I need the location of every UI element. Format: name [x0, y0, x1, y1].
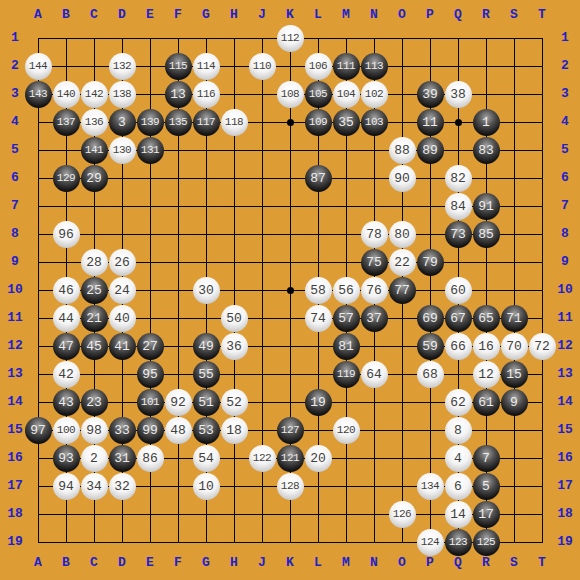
move-number: 135: [169, 117, 187, 128]
coord-top-m: M: [332, 7, 360, 23]
move-number: 96: [58, 228, 74, 241]
move-number: 25: [86, 284, 102, 297]
stone-white-q15: 8: [445, 417, 472, 444]
coord-bottom-b: B: [52, 555, 80, 571]
coord-bottom-j: J: [248, 555, 276, 571]
move-number: 15: [506, 368, 522, 381]
move-number: 42: [58, 368, 74, 381]
move-number: 104: [337, 89, 355, 100]
stone-black-c12: 45: [81, 333, 108, 360]
move-number: 41: [114, 340, 130, 353]
stone-white-h12: 36: [221, 333, 248, 360]
move-number: 16: [478, 340, 494, 353]
stone-white-b15: 100: [53, 417, 80, 444]
stone-white-d17: 32: [109, 473, 136, 500]
coord-right-2: 2: [551, 58, 579, 74]
coord-left-12: 12: [1, 338, 29, 354]
stone-white-q14: 62: [445, 389, 472, 416]
coord-top-f: F: [164, 7, 192, 23]
move-number: 18: [226, 424, 242, 437]
stone-white-q18: 14: [445, 501, 472, 528]
move-number: 131: [141, 145, 159, 156]
move-number: 13: [170, 88, 186, 101]
stone-white-n13: 64: [361, 361, 388, 388]
move-number: 112: [281, 33, 299, 44]
stone-black-n9: 75: [361, 249, 388, 276]
stone-white-r12: 16: [473, 333, 500, 360]
stone-black-c11: 21: [81, 305, 108, 332]
board-intersection-grid[interactable]: 1234567891011121314151617181920212223242…: [24, 24, 556, 556]
move-number: 98: [86, 424, 102, 437]
move-number: 132: [113, 61, 131, 72]
coord-bottom-l: L: [304, 555, 332, 571]
move-number: 2: [90, 452, 98, 465]
move-number: 4: [454, 452, 462, 465]
stone-black-d16: 31: [109, 445, 136, 472]
stone-black-l14: 19: [305, 389, 332, 416]
stone-black-b4: 137: [53, 109, 80, 136]
coord-bottom-f: F: [164, 555, 192, 571]
move-number: 26: [114, 256, 130, 269]
stone-black-e12: 27: [137, 333, 164, 360]
move-number: 138: [113, 89, 131, 100]
move-number: 8: [454, 424, 462, 437]
stone-white-l16: 20: [305, 445, 332, 472]
move-number: 32: [114, 480, 130, 493]
coord-left-8: 8: [1, 226, 29, 242]
stone-white-k3: 108: [277, 81, 304, 108]
move-number: 97: [30, 424, 46, 437]
stone-black-p11: 69: [417, 305, 444, 332]
move-number: 134: [421, 481, 439, 492]
coord-top-g: G: [192, 7, 220, 23]
move-number: 136: [85, 117, 103, 128]
move-number: 24: [114, 284, 130, 297]
stone-white-h11: 50: [221, 305, 248, 332]
stone-white-n8: 78: [361, 221, 388, 248]
move-number: 17: [478, 508, 494, 521]
stone-black-l4: 109: [305, 109, 332, 136]
stone-black-q8: 73: [445, 221, 472, 248]
move-number: 34: [86, 480, 102, 493]
move-number: 65: [478, 312, 494, 325]
stone-white-m3: 104: [333, 81, 360, 108]
stone-black-s14: 9: [501, 389, 528, 416]
stone-black-s11: 71: [501, 305, 528, 332]
move-number: 117: [197, 117, 215, 128]
coord-top-c: C: [80, 7, 108, 23]
coord-right-3: 3: [551, 86, 579, 102]
move-number: 118: [225, 117, 243, 128]
stone-black-m2: 111: [333, 53, 360, 80]
stone-white-b17: 94: [53, 473, 80, 500]
coord-right-18: 18: [551, 506, 579, 522]
move-number: 10: [198, 480, 214, 493]
move-number: 22: [394, 256, 410, 269]
move-number: 58: [310, 284, 326, 297]
stone-black-q11: 67: [445, 305, 472, 332]
stone-white-q17: 6: [445, 473, 472, 500]
stone-black-n4: 103: [361, 109, 388, 136]
coord-bottom-q: Q: [444, 555, 472, 571]
coord-right-8: 8: [551, 226, 579, 242]
move-number: 106: [309, 61, 327, 72]
move-number: 137: [57, 117, 75, 128]
stone-white-b11: 44: [53, 305, 80, 332]
coord-top-n: N: [360, 7, 388, 23]
move-number: 40: [114, 312, 130, 325]
stone-black-e15: 99: [137, 417, 164, 444]
coord-top-l: L: [304, 7, 332, 23]
stone-black-r14: 61: [473, 389, 500, 416]
stone-black-r4: 1: [473, 109, 500, 136]
stone-black-r19: 125: [473, 529, 500, 556]
move-number: 31: [114, 452, 130, 465]
move-number: 28: [86, 256, 102, 269]
stone-white-s12: 70: [501, 333, 528, 360]
stone-black-m4: 35: [333, 109, 360, 136]
stone-black-m11: 57: [333, 305, 360, 332]
stone-white-c9: 28: [81, 249, 108, 276]
stone-white-h4: 118: [221, 109, 248, 136]
stone-white-o8: 80: [389, 221, 416, 248]
coord-bottom-a: A: [24, 555, 52, 571]
move-number: 57: [338, 312, 354, 325]
move-number: 139: [141, 117, 159, 128]
move-number: 85: [478, 228, 494, 241]
move-number: 45: [86, 340, 102, 353]
coord-right-14: 14: [551, 394, 579, 410]
stone-black-r11: 65: [473, 305, 500, 332]
move-number: 39: [422, 88, 438, 101]
move-number: 108: [281, 89, 299, 100]
move-number: 129: [57, 173, 75, 184]
move-number: 91: [478, 200, 494, 213]
coord-left-15: 15: [1, 422, 29, 438]
stone-white-o5: 88: [389, 137, 416, 164]
move-number: 115: [169, 61, 187, 72]
move-number: 144: [29, 61, 47, 72]
move-number: 44: [58, 312, 74, 325]
stone-black-p5: 89: [417, 137, 444, 164]
move-number: 70: [506, 340, 522, 353]
stone-white-g2: 114: [193, 53, 220, 80]
stone-white-o18: 126: [389, 501, 416, 528]
coord-left-5: 5: [1, 142, 29, 158]
move-number: 82: [450, 172, 466, 185]
stone-white-j2: 110: [249, 53, 276, 80]
stone-white-d11: 40: [109, 305, 136, 332]
stone-white-l2: 106: [305, 53, 332, 80]
move-number: 114: [197, 61, 215, 72]
stone-white-g16: 54: [193, 445, 220, 472]
stone-black-e13: 95: [137, 361, 164, 388]
stone-black-b14: 43: [53, 389, 80, 416]
move-number: 74: [310, 312, 326, 325]
move-number: 59: [422, 340, 438, 353]
coord-bottom-m: M: [332, 555, 360, 571]
coord-bottom-o: O: [388, 555, 416, 571]
move-number: 43: [58, 396, 74, 409]
move-number: 110: [253, 61, 271, 72]
move-number: 56: [338, 284, 354, 297]
move-number: 93: [58, 452, 74, 465]
stone-white-g17: 10: [193, 473, 220, 500]
move-number: 119: [337, 369, 355, 380]
move-number: 37: [366, 312, 382, 325]
stone-white-q6: 82: [445, 165, 472, 192]
move-number: 69: [422, 312, 438, 325]
stone-white-b8: 96: [53, 221, 80, 248]
move-number: 121: [281, 453, 299, 464]
move-number: 84: [450, 200, 466, 213]
stone-white-l10: 58: [305, 277, 332, 304]
stone-black-f3: 13: [165, 81, 192, 108]
move-number: 20: [310, 452, 326, 465]
stone-white-n3: 102: [361, 81, 388, 108]
move-number: 88: [394, 144, 410, 157]
move-number: 83: [478, 144, 494, 157]
stone-black-l6: 87: [305, 165, 332, 192]
stone-black-p3: 39: [417, 81, 444, 108]
stone-white-p13: 68: [417, 361, 444, 388]
coord-top-d: D: [108, 7, 136, 23]
move-number: 94: [58, 480, 74, 493]
stone-white-q10: 60: [445, 277, 472, 304]
move-number: 87: [310, 172, 326, 185]
stone-white-q16: 4: [445, 445, 472, 472]
stone-black-b12: 47: [53, 333, 80, 360]
move-number: 9: [510, 396, 518, 409]
stone-black-e14: 101: [137, 389, 164, 416]
stone-white-n10: 76: [361, 277, 388, 304]
move-number: 7: [482, 452, 490, 465]
coord-right-6: 6: [551, 170, 579, 186]
stone-white-b10: 46: [53, 277, 80, 304]
coord-right-1: 1: [551, 30, 579, 46]
coord-right-16: 16: [551, 450, 579, 466]
stone-white-o6: 90: [389, 165, 416, 192]
stone-white-e16: 86: [137, 445, 164, 472]
stone-black-r16: 7: [473, 445, 500, 472]
stone-white-k17: 128: [277, 473, 304, 500]
move-number: 47: [58, 340, 74, 353]
coord-right-9: 9: [551, 254, 579, 270]
move-number: 11: [422, 116, 438, 129]
move-number: 142: [85, 89, 103, 100]
coord-bottom-s: S: [500, 555, 528, 571]
move-number: 86: [142, 452, 158, 465]
move-number: 77: [394, 284, 410, 297]
stone-white-d10: 24: [109, 277, 136, 304]
stone-white-p19: 124: [417, 529, 444, 556]
move-number: 53: [198, 424, 214, 437]
move-number: 143: [29, 89, 47, 100]
move-number: 23: [86, 396, 102, 409]
coord-left-3: 3: [1, 86, 29, 102]
coord-bottom-r: R: [472, 555, 500, 571]
stone-black-r17: 5: [473, 473, 500, 500]
stone-black-p12: 59: [417, 333, 444, 360]
move-number: 140: [57, 89, 75, 100]
move-number: 54: [198, 452, 214, 465]
stone-white-l11: 74: [305, 305, 332, 332]
move-number: 92: [170, 396, 186, 409]
move-number: 122: [253, 453, 271, 464]
stone-white-g10: 30: [193, 277, 220, 304]
stone-black-g14: 51: [193, 389, 220, 416]
move-number: 76: [366, 284, 382, 297]
move-number: 73: [450, 228, 466, 241]
move-number: 66: [450, 340, 466, 353]
coord-left-10: 10: [1, 282, 29, 298]
stone-black-f2: 115: [165, 53, 192, 80]
move-number: 29: [86, 172, 102, 185]
coord-right-19: 19: [551, 534, 579, 550]
coord-right-7: 7: [551, 198, 579, 214]
coord-left-2: 2: [1, 58, 29, 74]
stone-black-s13: 15: [501, 361, 528, 388]
move-number: 105: [309, 89, 327, 100]
coord-top-h: H: [220, 7, 248, 23]
coord-bottom-g: G: [192, 555, 220, 571]
stone-black-r7: 91: [473, 193, 500, 220]
move-number: 90: [394, 172, 410, 185]
coord-bottom-e: E: [136, 555, 164, 571]
stone-white-r13: 12: [473, 361, 500, 388]
move-number: 130: [113, 145, 131, 156]
stone-black-p9: 79: [417, 249, 444, 276]
move-number: 111: [337, 61, 355, 72]
stone-white-q7: 84: [445, 193, 472, 220]
stone-black-k16: 121: [277, 445, 304, 472]
coord-top-k: K: [276, 7, 304, 23]
stone-white-d2: 132: [109, 53, 136, 80]
coord-left-9: 9: [1, 254, 29, 270]
stone-white-c16: 2: [81, 445, 108, 472]
move-number: 95: [142, 368, 158, 381]
coord-left-13: 13: [1, 366, 29, 382]
coord-top-b: B: [52, 7, 80, 23]
stone-black-k15: 127: [277, 417, 304, 444]
stone-white-m10: 56: [333, 277, 360, 304]
move-number: 126: [393, 509, 411, 520]
stone-black-n2: 113: [361, 53, 388, 80]
stone-white-c17: 34: [81, 473, 108, 500]
stone-white-d5: 130: [109, 137, 136, 164]
coord-right-12: 12: [551, 338, 579, 354]
coord-right-11: 11: [551, 310, 579, 326]
coord-left-4: 4: [1, 114, 29, 130]
move-number: 75: [366, 256, 382, 269]
stone-black-b16: 93: [53, 445, 80, 472]
move-number: 30: [198, 284, 214, 297]
coord-bottom-d: D: [108, 555, 136, 571]
stone-black-m12: 81: [333, 333, 360, 360]
move-number: 64: [366, 368, 382, 381]
star-point-k4: [287, 119, 294, 126]
move-number: 72: [534, 340, 550, 353]
stone-black-r5: 83: [473, 137, 500, 164]
coord-left-14: 14: [1, 394, 29, 410]
move-number: 89: [422, 144, 438, 157]
star-point-k10: [287, 287, 294, 294]
stone-black-d15: 33: [109, 417, 136, 444]
move-number: 33: [114, 424, 130, 437]
stone-black-c10: 25: [81, 277, 108, 304]
coord-top-r: R: [472, 7, 500, 23]
coord-bottom-n: N: [360, 555, 388, 571]
stone-white-m15: 120: [333, 417, 360, 444]
stone-black-o10: 77: [389, 277, 416, 304]
move-number: 50: [226, 312, 242, 325]
stone-white-q12: 66: [445, 333, 472, 360]
move-number: 79: [422, 256, 438, 269]
stone-white-f15: 48: [165, 417, 192, 444]
stone-white-b13: 42: [53, 361, 80, 388]
coord-left-17: 17: [1, 478, 29, 494]
stone-white-p17: 134: [417, 473, 444, 500]
move-number: 100: [57, 425, 75, 436]
stone-white-f14: 92: [165, 389, 192, 416]
coord-left-6: 6: [1, 170, 29, 186]
stone-black-l3: 105: [305, 81, 332, 108]
coord-right-17: 17: [551, 478, 579, 494]
move-number: 67: [450, 312, 466, 325]
move-number: 78: [366, 228, 382, 241]
move-number: 113: [365, 61, 383, 72]
stone-white-q3: 38: [445, 81, 472, 108]
coord-right-5: 5: [551, 142, 579, 158]
coord-top-a: A: [24, 7, 52, 23]
stone-black-c5: 141: [81, 137, 108, 164]
coord-right-13: 13: [551, 366, 579, 382]
stone-white-h14: 52: [221, 389, 248, 416]
go-board: 1234567891011121314151617181920212223242…: [0, 0, 580, 580]
stone-black-r8: 85: [473, 221, 500, 248]
stone-black-m13: 119: [333, 361, 360, 388]
stone-white-h15: 18: [221, 417, 248, 444]
coord-top-t: T: [528, 7, 556, 23]
stone-white-c4: 136: [81, 109, 108, 136]
stone-white-b3: 140: [53, 81, 80, 108]
coord-left-7: 7: [1, 198, 29, 214]
stone-black-f4: 135: [165, 109, 192, 136]
move-number: 71: [506, 312, 522, 325]
coord-right-4: 4: [551, 114, 579, 130]
coord-right-15: 15: [551, 422, 579, 438]
move-number: 36: [226, 340, 242, 353]
move-number: 120: [337, 425, 355, 436]
stone-white-o9: 22: [389, 249, 416, 276]
move-number: 116: [197, 89, 215, 100]
move-number: 128: [281, 481, 299, 492]
coord-top-p: P: [416, 7, 444, 23]
move-number: 1: [482, 116, 490, 129]
stone-black-g12: 49: [193, 333, 220, 360]
move-number: 102: [365, 89, 383, 100]
move-number: 55: [198, 368, 214, 381]
move-number: 99: [142, 424, 158, 437]
stone-black-n11: 37: [361, 305, 388, 332]
move-number: 103: [365, 117, 383, 128]
stone-black-r18: 17: [473, 501, 500, 528]
stone-black-d4: 3: [109, 109, 136, 136]
move-number: 38: [450, 88, 466, 101]
move-number: 62: [450, 396, 466, 409]
stone-black-g15: 53: [193, 417, 220, 444]
move-number: 81: [338, 340, 354, 353]
